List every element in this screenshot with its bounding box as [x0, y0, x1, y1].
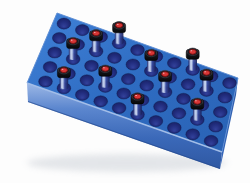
glass-shine — [148, 61, 150, 72]
rack-well-r4c6 — [149, 116, 163, 127]
rack-well-r2c4 — [121, 73, 135, 84]
vial-glass — [60, 77, 69, 90]
rack-well-r0c4 — [131, 44, 145, 55]
vial-glass — [161, 81, 170, 94]
septum-red — [148, 51, 155, 56]
cap-glint — [204, 71, 206, 72]
vial-glass — [133, 103, 142, 116]
rack-well-r4c9 — [204, 135, 218, 146]
rack-well-r3c4 — [117, 88, 131, 99]
rack-well-r2c2 — [85, 60, 99, 71]
glass-shine — [162, 82, 164, 93]
rack-well-r1c0 — [52, 32, 66, 43]
glass-shine — [93, 41, 95, 52]
product-photo — [0, 0, 250, 183]
septum-red — [134, 94, 141, 99]
cap-glint — [195, 100, 197, 101]
glass-shine — [204, 80, 206, 91]
cap-glint — [149, 51, 151, 52]
rack-well-r3c0 — [43, 61, 57, 72]
rack-well-r3c6 — [154, 101, 168, 112]
rack-well-r0c0 — [57, 18, 71, 29]
vial-glass — [69, 48, 78, 61]
rack-well-r3c2 — [80, 75, 94, 86]
rack-well-r4c0 — [39, 76, 53, 87]
rack-well-r1c9 — [218, 92, 232, 103]
septum-red — [60, 68, 67, 73]
cap-glint — [190, 50, 192, 51]
vial-glass — [202, 79, 211, 92]
rack-well-r1c7 — [181, 79, 195, 90]
septum-red — [93, 31, 100, 36]
vial-glass — [115, 32, 124, 45]
rack-well-r3c9 — [209, 121, 223, 132]
rack-well-r1c4 — [126, 59, 140, 70]
rack-well-r4c7 — [167, 122, 181, 133]
rack-well-r0c6 — [167, 58, 181, 69]
vial-glass — [193, 108, 202, 121]
rack-well-r0c1 — [75, 25, 89, 36]
septum-red — [102, 66, 109, 71]
cap-glint — [135, 95, 137, 96]
vial-glass — [188, 58, 197, 71]
vial-glass — [147, 60, 156, 73]
cap-glint — [62, 69, 64, 70]
cap-glint — [117, 24, 119, 25]
rack-well-r4c3 — [94, 96, 108, 107]
glass-shine — [70, 49, 72, 60]
rack-well-r3c7 — [172, 108, 186, 119]
cap-glint — [94, 32, 96, 33]
rack-well-r2c0 — [48, 47, 62, 58]
cap-glint — [71, 40, 73, 41]
vial-glass — [101, 75, 110, 88]
rack-well-r4c2 — [75, 89, 89, 100]
glass-shine — [102, 76, 104, 87]
septum-red — [189, 49, 196, 54]
glass-shine — [194, 109, 196, 120]
rack-well-r0c9 — [223, 77, 237, 88]
cap-glint — [163, 73, 165, 74]
vial-rack-scene — [0, 0, 250, 183]
glass-shine — [190, 59, 192, 70]
rack-well-r4c8 — [186, 129, 200, 140]
septum-red — [70, 39, 77, 44]
rack-well-r2c7 — [177, 93, 191, 104]
rack-well-r4c4 — [112, 102, 126, 113]
rack-well-r1c3 — [108, 52, 122, 63]
vial-glass — [92, 40, 101, 53]
rack-well-r2c9 — [213, 106, 227, 117]
cap-glint — [103, 67, 105, 68]
glass-shine — [61, 78, 63, 89]
glass-shine — [135, 104, 137, 115]
rack-well-r2c5 — [140, 80, 154, 91]
glass-shine — [116, 33, 118, 44]
septum-red — [194, 99, 201, 104]
septum-red — [116, 23, 123, 28]
septum-red — [203, 70, 210, 75]
septum-red — [162, 72, 169, 77]
